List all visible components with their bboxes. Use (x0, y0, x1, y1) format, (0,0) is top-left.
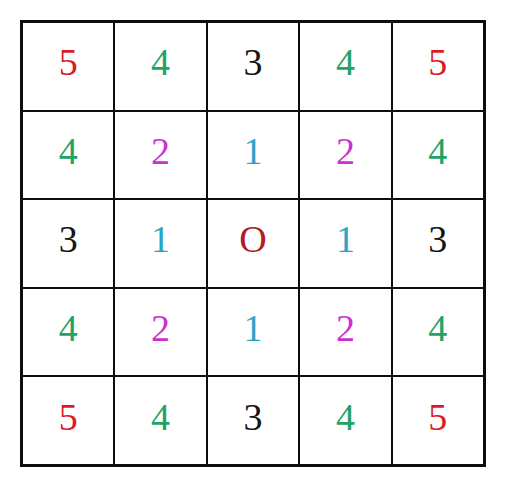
cell-r4c3: 1 (208, 289, 298, 376)
cell-r2c1: 4 (23, 112, 113, 199)
number-grid-board: 543454212431O134212454345 (20, 20, 486, 467)
cell-r3c1: 3 (23, 200, 113, 287)
cell-r3c5: 3 (393, 200, 483, 287)
cell-r2c4: 2 (300, 112, 390, 199)
cell-r3c3: O (208, 200, 298, 287)
cell-r1c4: 4 (300, 23, 390, 110)
cell-r5c4: 4 (300, 377, 390, 464)
cell-r2c2: 2 (115, 112, 205, 199)
cell-r2c3: 1 (208, 112, 298, 199)
cell-r4c4: 2 (300, 289, 390, 376)
cell-r5c2: 4 (115, 377, 205, 464)
cell-r3c4: 1 (300, 200, 390, 287)
cell-r5c5: 5 (393, 377, 483, 464)
cell-r4c1: 4 (23, 289, 113, 376)
cell-r5c3: 3 (208, 377, 298, 464)
cell-r3c2: 1 (115, 200, 205, 287)
cell-r4c2: 2 (115, 289, 205, 376)
cell-r5c1: 5 (23, 377, 113, 464)
cell-r1c3: 3 (208, 23, 298, 110)
cell-r1c5: 5 (393, 23, 483, 110)
cell-r2c5: 4 (393, 112, 483, 199)
cell-r4c5: 4 (393, 289, 483, 376)
cell-r1c2: 4 (115, 23, 205, 110)
cell-r1c1: 5 (23, 23, 113, 110)
